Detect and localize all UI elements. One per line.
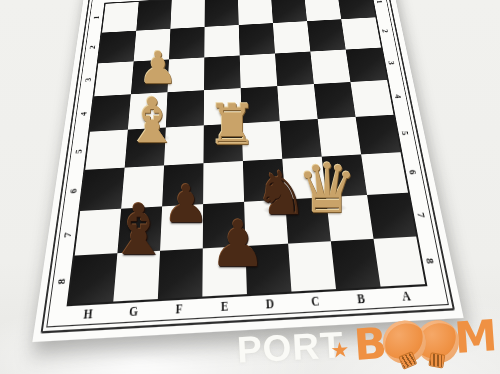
square-e1	[205, 0, 239, 27]
square-c3	[275, 52, 314, 87]
coord-label: 6	[408, 170, 419, 175]
square-d8	[245, 244, 291, 294]
square-g7	[117, 206, 162, 253]
square-a6	[361, 152, 408, 195]
square-b8	[331, 239, 381, 289]
square-e3	[204, 55, 241, 90]
square-b7	[326, 195, 373, 241]
square-c5	[280, 119, 322, 159]
board-grid	[67, 0, 428, 306]
square-h4	[90, 94, 131, 131]
coord-label: B	[356, 292, 365, 306]
coord-label: 8	[56, 279, 67, 285]
coord-label: 4	[393, 94, 403, 98]
square-h1	[102, 2, 139, 33]
square-d1	[238, 0, 273, 25]
outer-border-rule: HGFEDCBA 12345678 12345678 HGFEDCBA	[40, 0, 455, 334]
square-f5	[164, 125, 204, 165]
coord-label: C	[311, 294, 320, 308]
coord-label: 5	[400, 130, 410, 135]
square-g2	[134, 29, 171, 62]
square-b3	[310, 50, 350, 85]
coord-label: 7	[416, 212, 427, 218]
boxing-glove-icon	[381, 319, 427, 365]
square-a2	[341, 17, 381, 49]
square-c4	[277, 84, 317, 121]
coord-label: H	[83, 307, 93, 321]
coord-label: 7	[63, 232, 74, 238]
square-h6	[80, 168, 124, 211]
square-g3	[131, 59, 169, 94]
coord-label: F	[175, 302, 182, 316]
square-a7	[367, 193, 416, 239]
square-a5	[356, 115, 401, 155]
square-e4	[204, 88, 242, 125]
square-f4	[166, 90, 204, 127]
coordinate-frame: HGFEDCBA 12345678 12345678 HGFEDCBA	[49, 0, 447, 325]
coord-label: 1	[92, 15, 100, 19]
square-e8	[202, 246, 247, 297]
square-d3	[240, 53, 278, 88]
square-c2	[273, 21, 310, 53]
square-b1	[304, 0, 341, 21]
square-a8	[374, 236, 426, 286]
square-f6	[162, 163, 203, 206]
square-e5	[203, 123, 242, 163]
coord-label: 3	[387, 60, 396, 64]
square-h7	[75, 209, 121, 256]
square-g1	[136, 0, 172, 31]
square-b2	[307, 19, 346, 51]
square-e6	[203, 161, 244, 204]
logo-letter-m: M	[453, 314, 498, 360]
square-a4	[350, 80, 393, 117]
star-icon: ★	[330, 337, 350, 362]
square-g5	[125, 127, 166, 167]
square-h5	[85, 130, 128, 170]
coord-label: 5	[74, 149, 84, 154]
square-h3	[94, 61, 133, 96]
square-b5	[318, 117, 361, 157]
square-a3	[346, 48, 387, 82]
coord-label: D	[266, 297, 275, 311]
square-c8	[288, 241, 336, 291]
square-f3	[167, 57, 204, 92]
square-g4	[128, 92, 168, 129]
square-d4	[241, 86, 280, 123]
coord-label: 3	[84, 77, 93, 81]
square-e2	[204, 25, 239, 57]
square-f7	[160, 204, 203, 251]
square-c1	[271, 0, 307, 23]
square-b6	[322, 154, 367, 197]
square-d6	[243, 159, 285, 202]
square-d7	[244, 200, 288, 246]
square-a1	[337, 0, 375, 19]
coord-label: 8	[425, 258, 437, 264]
product-photo: HGFEDCBA 12345678 12345678 HGFEDCBA ♟♝♜♛…	[0, 0, 500, 374]
square-c7	[285, 197, 331, 243]
inner-border-rule: HGFEDCBA 12345678 12345678 HGFEDCBA	[46, 0, 449, 328]
coord-label: 2	[88, 45, 97, 49]
vinyl-chess-board-sheet: HGFEDCBA 12345678 12345678 HGFEDCBA	[32, 0, 463, 342]
square-h8	[69, 253, 118, 304]
square-b4	[314, 82, 356, 119]
square-h2	[98, 31, 136, 64]
logo-letter-b: B	[352, 322, 387, 367]
square-g6	[121, 165, 164, 208]
coord-label: G	[129, 305, 139, 319]
square-c6	[282, 157, 326, 200]
coord-label: 4	[79, 112, 88, 117]
square-g8	[113, 251, 160, 302]
coord-label: A	[401, 289, 411, 303]
square-d5	[242, 121, 283, 161]
square-e7	[203, 202, 246, 249]
square-f1	[170, 0, 204, 29]
square-f2	[169, 27, 205, 60]
coord-label: 2	[381, 29, 390, 33]
coord-label: 6	[69, 189, 79, 194]
square-d2	[239, 23, 275, 55]
square-f8	[158, 248, 203, 299]
coord-label: E	[221, 299, 229, 313]
coord-label: 1	[376, 0, 385, 3]
